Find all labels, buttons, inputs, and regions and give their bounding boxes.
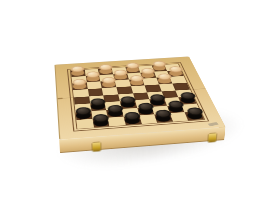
light-checker-piece bbox=[141, 68, 156, 75]
dark-checker-piece bbox=[93, 114, 110, 123]
square-f1 bbox=[155, 113, 173, 122]
square-a1 bbox=[77, 119, 94, 129]
dark-checker-piece bbox=[76, 107, 92, 116]
product-photo-scene bbox=[0, 0, 270, 210]
light-checker-piece bbox=[125, 62, 140, 69]
dark-checker-piece bbox=[155, 109, 173, 118]
dark-checker-piece bbox=[120, 96, 136, 104]
fold-seam-notch bbox=[58, 97, 63, 99]
board-pinstripe-border bbox=[67, 62, 209, 131]
light-checker-piece bbox=[71, 66, 85, 73]
square-b6 bbox=[87, 82, 102, 90]
brass-hinge-left bbox=[92, 142, 100, 151]
light-checker-piece bbox=[157, 73, 173, 80]
square-d5 bbox=[116, 86, 132, 94]
dark-checker-piece bbox=[124, 111, 141, 120]
dark-checker-piece bbox=[107, 105, 123, 113]
square-h1 bbox=[185, 111, 204, 120]
square-e1 bbox=[139, 115, 157, 124]
brass-hinge-right bbox=[208, 133, 216, 142]
light-checker-piece bbox=[168, 66, 184, 73]
dark-checker-piece bbox=[137, 103, 154, 111]
dark-checker-piece bbox=[150, 94, 167, 102]
checkers-board bbox=[55, 56, 226, 139]
dark-checker-piece bbox=[186, 107, 204, 116]
square-a6 bbox=[72, 82, 87, 90]
light-checker-piece bbox=[101, 77, 116, 84]
dark-checker-piece bbox=[167, 100, 184, 108]
square-b1 bbox=[92, 118, 109, 128]
square-d1 bbox=[124, 116, 142, 125]
dark-checker-piece bbox=[179, 92, 196, 100]
maker-mark bbox=[208, 122, 219, 127]
play-area bbox=[70, 63, 205, 129]
light-checker-piece bbox=[72, 78, 87, 85]
dark-checker-piece bbox=[90, 98, 106, 106]
square-c4 bbox=[103, 94, 119, 102]
square-f5 bbox=[145, 84, 162, 92]
square-e6 bbox=[129, 79, 145, 87]
light-checker-piece bbox=[98, 64, 112, 71]
light-checker-piece bbox=[86, 71, 100, 78]
light-checker-piece bbox=[129, 75, 144, 82]
light-checker-piece bbox=[113, 69, 128, 76]
light-checker-piece bbox=[152, 61, 167, 67]
board-top-surface bbox=[55, 56, 226, 139]
